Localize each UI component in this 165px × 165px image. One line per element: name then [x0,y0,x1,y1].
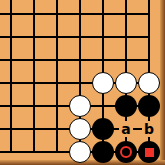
intersection-r3c5 [92,49,115,72]
intersection-r1c1 [0,3,23,26]
intersection-r6c2 [23,118,46,141]
intersection-r2c6 [115,26,138,49]
board-edge-right [160,0,165,165]
intersection-r5c7 [138,95,161,118]
intersection-r7c2 [23,141,46,164]
intersection-r6c7: b [138,118,161,141]
intersection-r6c1 [0,118,23,141]
intersection-r6c3 [46,118,69,141]
intersection-r4c1 [0,72,23,95]
intersection-r4c2 [23,72,46,95]
go-board-diagram: ab [0,0,165,165]
point-label-a: a [119,121,133,137]
intersection-r2c5 [92,26,115,49]
intersection-r4c5 [92,72,115,95]
black-stone [92,141,114,163]
intersection-r6c5 [92,118,115,141]
intersection-r3c6 [115,49,138,72]
white-stone [69,118,91,140]
intersection-r6c6: a [115,118,138,141]
intersection-r3c7 [138,49,161,72]
white-stone [69,141,91,163]
square-mark-icon [145,148,154,157]
white-stone [69,95,91,117]
intersection-r7c1 [0,141,23,164]
intersection-r5c1 [0,95,23,118]
intersection-r1c5 [92,3,115,26]
intersection-r1c4 [69,3,92,26]
intersection-r1c3 [46,3,69,26]
intersection-r5c6 [115,95,138,118]
intersection-r5c2 [23,95,46,118]
intersection-r1c2 [23,3,46,26]
white-stone [92,72,114,94]
intersection-r7c6 [115,141,138,164]
intersection-r1c6 [115,3,138,26]
black-stone [115,95,137,117]
intersection-r6c4 [69,118,92,141]
point-label-b: b [142,121,156,137]
intersection-r7c3 [46,141,69,164]
intersection-r4c7 [138,72,161,95]
intersection-r2c2 [23,26,46,49]
intersection-r4c6 [115,72,138,95]
intersection-r5c3 [46,95,69,118]
intersection-r5c4 [69,95,92,118]
intersection-r5c5 [92,95,115,118]
white-stone [138,72,160,94]
intersection-r2c7 [138,26,161,49]
black-stone-square-marked [138,141,160,163]
intersection-r3c3 [46,49,69,72]
white-stone [115,72,137,94]
intersection-r3c1 [0,49,23,72]
intersection-r4c4 [69,72,92,95]
board-grid: ab [0,3,161,164]
intersection-r7c5 [92,141,115,164]
intersection-r3c2 [23,49,46,72]
intersection-r1c7 [138,3,161,26]
intersection-r7c4 [69,141,92,164]
circle-mark-icon [120,146,132,158]
intersection-r2c4 [69,26,92,49]
black-stone-circle-marked [115,141,137,163]
black-stone [92,118,114,140]
intersection-r7c7 [138,141,161,164]
intersection-r2c3 [46,26,69,49]
black-stone [138,95,160,117]
intersection-r4c3 [46,72,69,95]
intersection-r2c1 [0,26,23,49]
intersection-r3c4 [69,49,92,72]
